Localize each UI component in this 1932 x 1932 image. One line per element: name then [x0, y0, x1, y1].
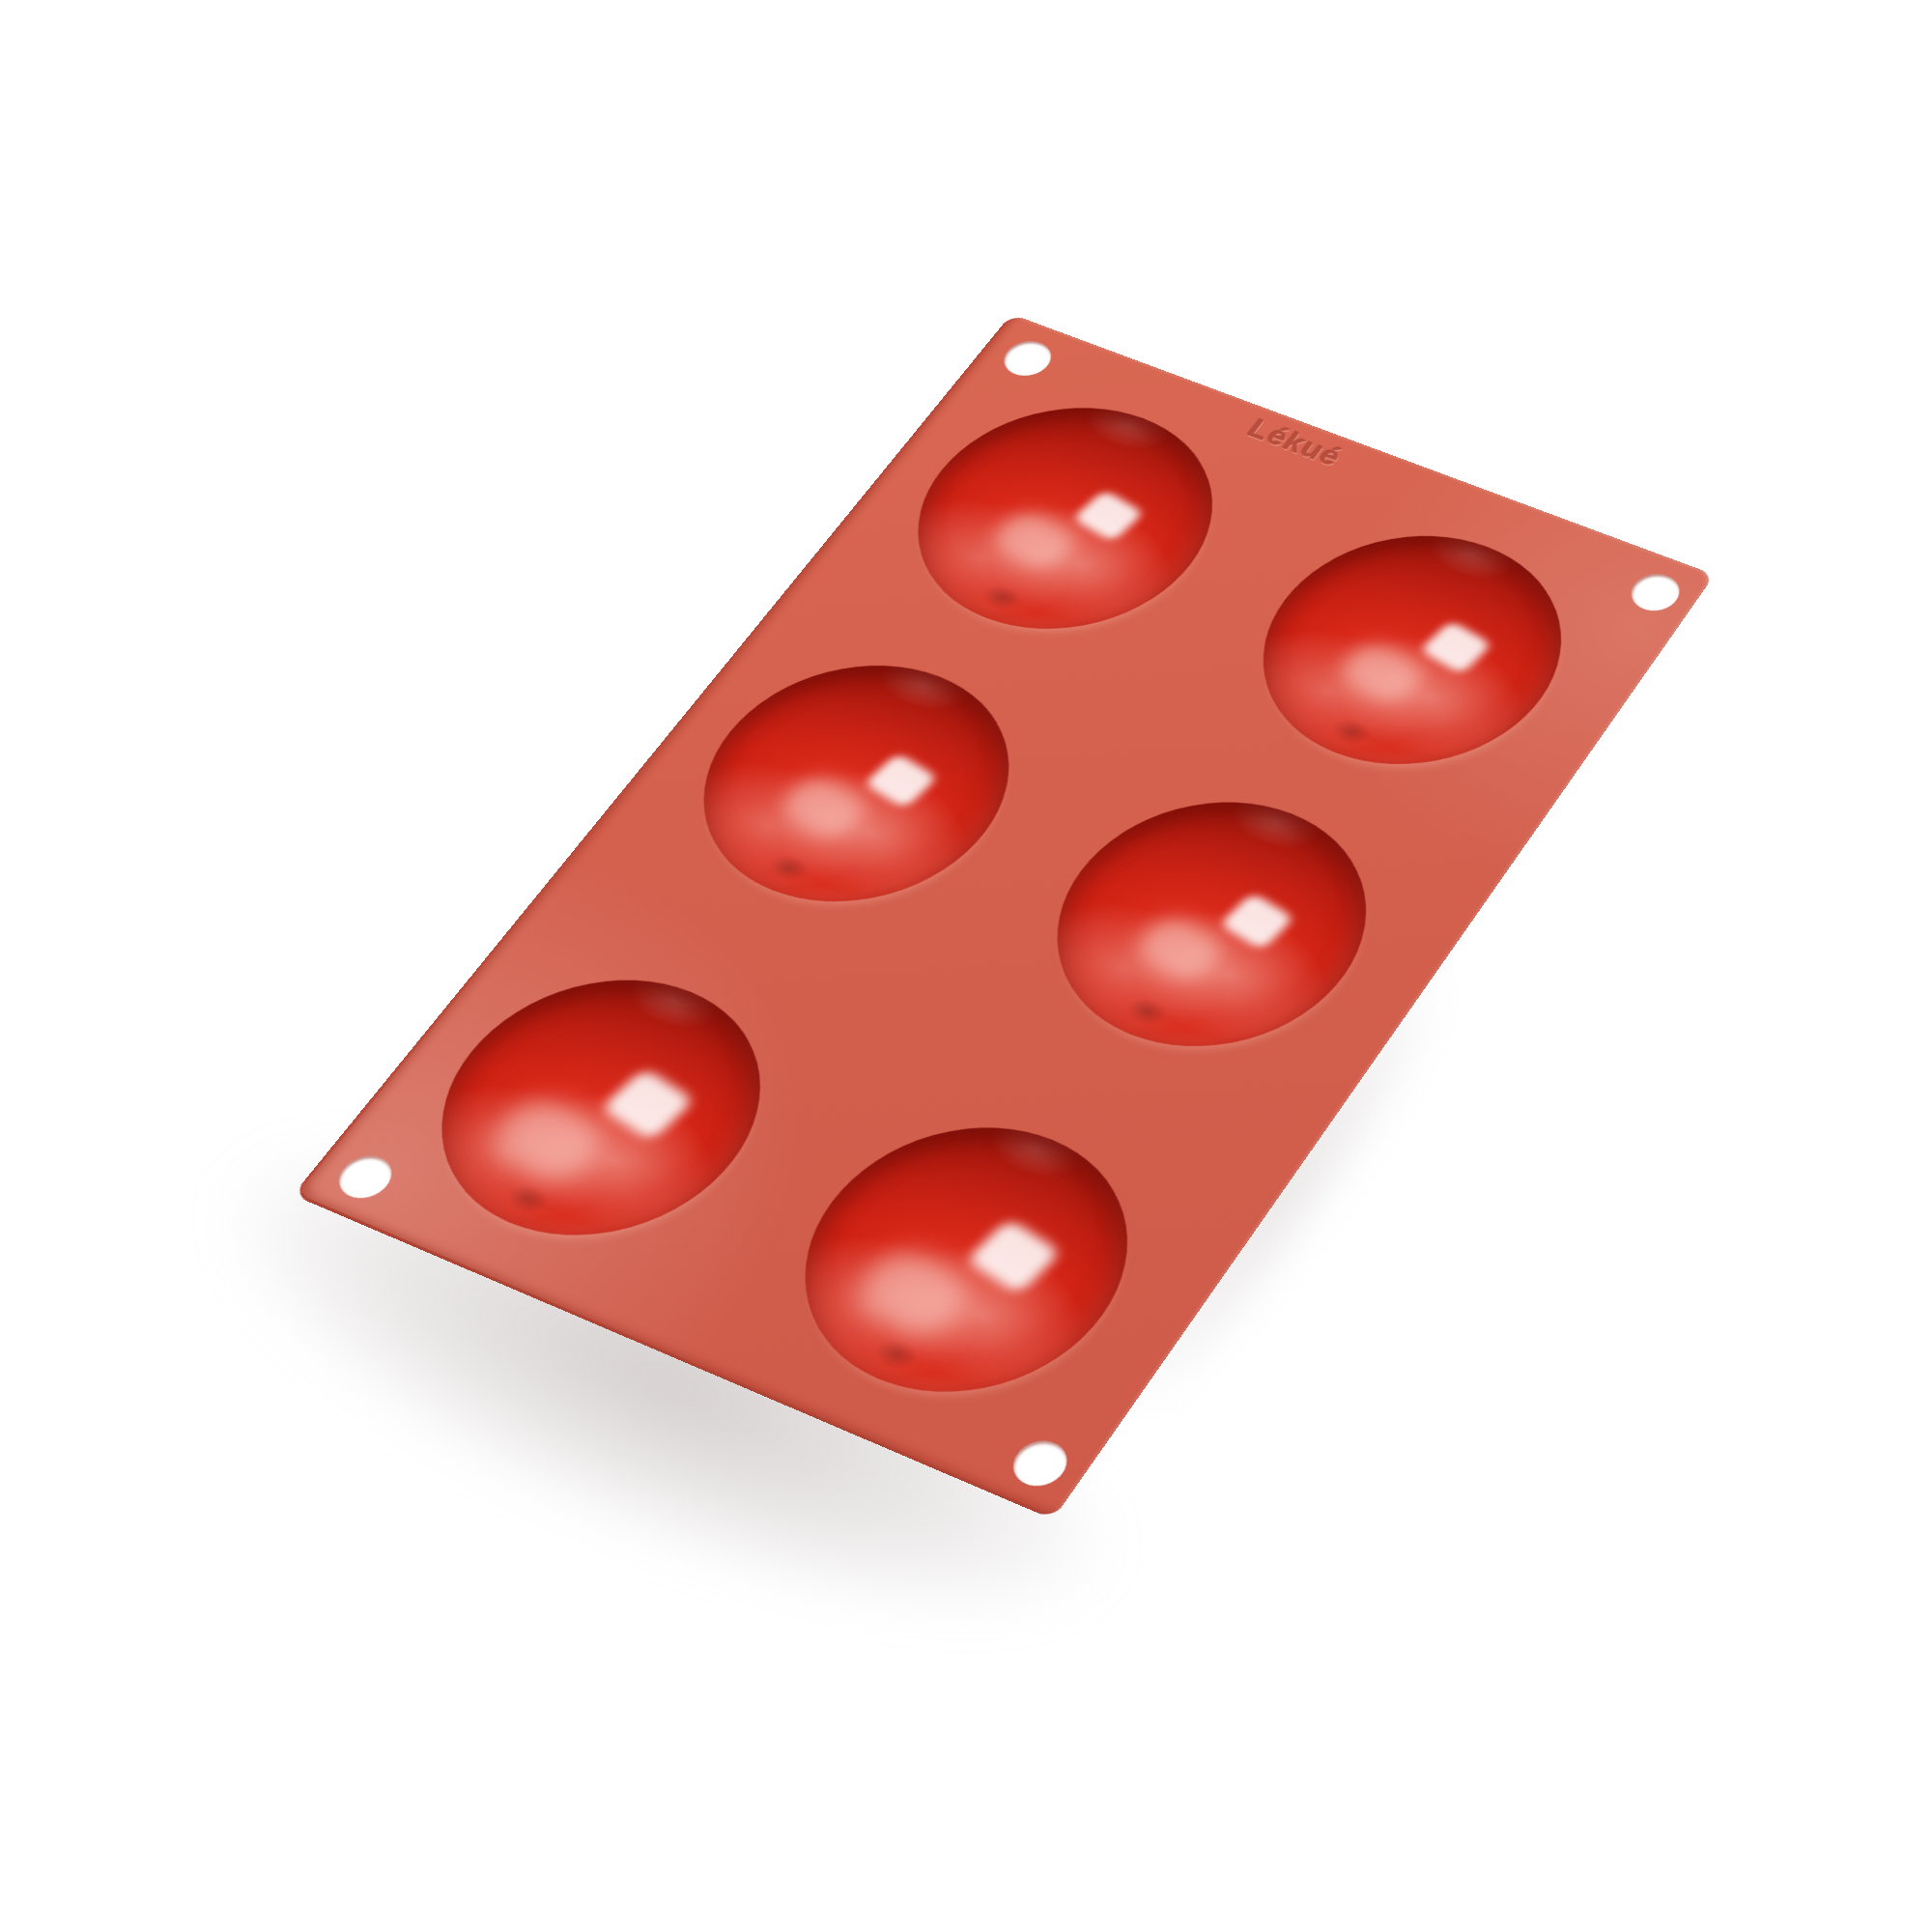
corner-hole-bottom — [1004, 1434, 1077, 1493]
window-reflection — [1219, 893, 1294, 951]
photo-stage: Lékué — [0, 0, 1932, 1932]
corner-hole-left — [328, 1149, 401, 1205]
silicone-mould: Lékué — [293, 314, 1715, 1520]
cavity-1 — [861, 373, 1266, 667]
cavity-6 — [742, 1086, 1187, 1437]
window-reflection — [966, 1218, 1062, 1294]
cavity-2 — [1207, 499, 1615, 803]
brand-embossing: Lékué — [1241, 413, 1350, 472]
window-reflection — [600, 1067, 695, 1142]
corner-hole-right — [1623, 568, 1688, 616]
window-reflection — [1420, 620, 1492, 674]
window-reflection — [1072, 490, 1144, 542]
cavity-4 — [998, 763, 1422, 1088]
corner-hole-top — [995, 335, 1060, 381]
cavity-3 — [644, 628, 1066, 942]
cavity-5 — [379, 939, 822, 1278]
window-reflection — [864, 753, 938, 809]
